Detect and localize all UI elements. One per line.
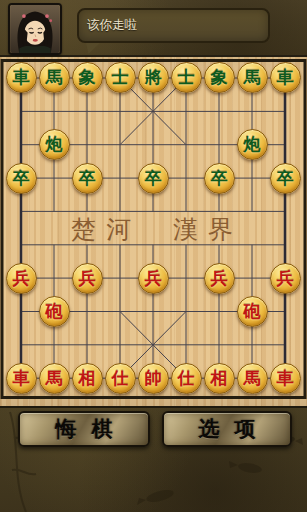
board-point-r8c6[interactable] [203,328,236,361]
status-bubble: 该你走啦 [77,8,270,43]
game-screen: 该你走啦 [0,0,307,512]
opponent-avatar[interactable] [8,3,62,55]
piece-black-卒[interactable]: 卒 [204,163,235,194]
board-point-r5c4[interactable] [137,228,170,261]
board-point-r3c3[interactable] [104,161,137,194]
board-point-r3c8[interactable]: 卒 [269,161,302,194]
piece-red-馬[interactable]: 馬 [237,363,268,394]
board-point-r3c1[interactable] [38,161,71,194]
piece-black-車[interactable]: 車 [6,62,37,93]
piece-black-馬[interactable]: 馬 [237,62,268,93]
piece-red-砲[interactable]: 砲 [39,296,70,327]
piece-red-兵[interactable]: 兵 [138,263,169,294]
board-point-r0c1[interactable]: 馬 [38,61,71,94]
board-point-r4c1[interactable] [38,195,71,228]
board-point-r6c0[interactable]: 兵 [5,261,38,294]
board-point-r0c4[interactable]: 將 [137,61,170,94]
board-point-r6c6[interactable]: 兵 [203,261,236,294]
board-point-r1c8[interactable] [269,95,302,128]
undo-button-label: 悔棋 [56,415,128,443]
piece-red-相[interactable]: 相 [204,363,235,394]
bubble-tail [86,43,100,54]
board-point-r8c3[interactable] [104,328,137,361]
piece-red-兵[interactable]: 兵 [6,263,37,294]
bottom-bar: 悔棋 选项 [0,406,307,512]
board-point-r1c0[interactable] [5,95,38,128]
board-point-r6c4[interactable]: 兵 [137,261,170,294]
piece-black-象[interactable]: 象 [72,62,103,93]
board-point-r7c0[interactable] [5,295,38,328]
piece-black-士[interactable]: 士 [105,62,136,93]
board-point-r7c4[interactable] [137,295,170,328]
piece-black-炮[interactable]: 炮 [39,129,70,160]
board-point-r0c3[interactable]: 士 [104,61,137,94]
board-point-r0c8[interactable]: 車 [269,61,302,94]
piece-black-卒[interactable]: 卒 [138,163,169,194]
piece-red-馬[interactable]: 馬 [39,363,70,394]
board-point-r5c5[interactable] [170,228,203,261]
board-point-r7c1[interactable]: 砲 [38,295,71,328]
board-point-r3c5[interactable] [170,161,203,194]
piece-black-車[interactable]: 車 [270,62,301,93]
board-point-r2c5[interactable] [170,128,203,161]
board-point-r1c1[interactable] [38,95,71,128]
piece-red-砲[interactable]: 砲 [237,296,268,327]
board-point-r6c3[interactable] [104,261,137,294]
board-point-r0c5[interactable]: 士 [170,61,203,94]
piece-red-兵[interactable]: 兵 [204,263,235,294]
board-point-r5c1[interactable] [38,228,71,261]
board-point-r9c2[interactable]: 相 [71,361,104,394]
board-point-r2c4[interactable] [137,128,170,161]
board-point-r5c0[interactable] [5,228,38,261]
piece-red-車[interactable]: 車 [6,363,37,394]
board-point-r5c2[interactable] [71,228,104,261]
board-point-r4c6[interactable] [203,195,236,228]
board-point-r1c5[interactable] [170,95,203,128]
board-point-r5c7[interactable] [236,228,269,261]
board-point-r9c6[interactable]: 相 [203,361,236,394]
board-point-r8c1[interactable] [38,328,71,361]
board-point-r4c3[interactable] [104,195,137,228]
board-point-r2c2[interactable] [71,128,104,161]
board-point-r9c4[interactable]: 帥 [137,361,170,394]
piece-red-車[interactable]: 車 [270,363,301,394]
board-point-r0c7[interactable]: 馬 [236,61,269,94]
board-point-r2c3[interactable] [104,128,137,161]
board-point-r1c3[interactable] [104,95,137,128]
board-point-r6c2[interactable]: 兵 [71,261,104,294]
board-point-r4c0[interactable] [5,195,38,228]
board-point-r4c8[interactable] [269,195,302,228]
board-point-r7c2[interactable] [71,295,104,328]
board-point-r1c6[interactable] [203,95,236,128]
piece-black-將[interactable]: 將 [138,62,169,93]
xiangqi-board: 楚河 漢界 車馬象士將士象馬車炮炮卒卒卒卒卒兵兵兵兵兵砲砲車馬相仕帥仕相馬車 [0,57,307,406]
piece-red-兵[interactable]: 兵 [72,263,103,294]
board-point-r6c7[interactable] [236,261,269,294]
board-point-r8c7[interactable] [236,328,269,361]
piece-black-卒[interactable]: 卒 [6,163,37,194]
board-point-r5c8[interactable] [269,228,302,261]
board-point-r7c8[interactable] [269,295,302,328]
piece-black-卒[interactable]: 卒 [270,163,301,194]
board-point-r6c8[interactable]: 兵 [269,261,302,294]
board-point-r2c7[interactable]: 炮 [236,128,269,161]
piece-red-相[interactable]: 相 [72,363,103,394]
piece-black-士[interactable]: 士 [171,62,202,93]
board-point-r5c6[interactable] [203,228,236,261]
top-bar: 该你走啦 [0,0,307,57]
board-point-r0c0[interactable]: 車 [5,61,38,94]
board-point-r3c0[interactable]: 卒 [5,161,38,194]
board-point-r3c2[interactable]: 卒 [71,161,104,194]
board-point-r2c8[interactable] [269,128,302,161]
board-point-r8c8[interactable] [269,328,302,361]
board-point-r3c6[interactable]: 卒 [203,161,236,194]
board-point-r2c1[interactable]: 炮 [38,128,71,161]
board-point-r8c2[interactable] [71,328,104,361]
piece-red-帥[interactable]: 帥 [138,363,169,394]
board-point-r7c3[interactable] [104,295,137,328]
board-point-r4c2[interactable] [71,195,104,228]
board-point-r3c7[interactable] [236,161,269,194]
board-point-r1c2[interactable] [71,95,104,128]
board-point-r9c5[interactable]: 仕 [170,361,203,394]
board-point-r0c2[interactable]: 象 [71,61,104,94]
options-button-label: 选项 [199,415,271,443]
board-point-r8c5[interactable] [170,328,203,361]
board-point-r2c0[interactable] [5,128,38,161]
board-point-r4c4[interactable] [137,195,170,228]
portrait-icon [10,5,60,53]
board-point-r5c3[interactable] [104,228,137,261]
board-point-r8c0[interactable] [5,328,38,361]
board-point-r3c4[interactable]: 卒 [137,161,170,194]
piece-black-馬[interactable]: 馬 [39,62,70,93]
board-grid: 車馬象士將士象馬車炮炮卒卒卒卒卒兵兵兵兵兵砲砲車馬相仕帥仕相馬車 [5,61,302,395]
piece-black-象[interactable]: 象 [204,62,235,93]
board-point-r9c0[interactable]: 車 [5,361,38,394]
piece-red-仕[interactable]: 仕 [171,363,202,394]
piece-red-仕[interactable]: 仕 [105,363,136,394]
board-point-r6c5[interactable] [170,261,203,294]
board-point-r7c7[interactable]: 砲 [236,295,269,328]
options-button[interactable]: 选项 [162,411,292,447]
board-point-r1c7[interactable] [236,95,269,128]
board-point-r2c6[interactable] [203,128,236,161]
board-point-r9c3[interactable]: 仕 [104,361,137,394]
status-message: 该你走啦 [79,10,268,41]
piece-black-卒[interactable]: 卒 [72,163,103,194]
board-point-r9c1[interactable]: 馬 [38,361,71,394]
undo-button[interactable]: 悔棋 [18,411,150,447]
board-point-r8c4[interactable] [137,328,170,361]
board-point-r6c1[interactable] [38,261,71,294]
board-point-r7c5[interactable] [170,295,203,328]
board-point-r4c7[interactable] [236,195,269,228]
board-point-r0c6[interactable]: 象 [203,61,236,94]
board-point-r4c5[interactable] [170,195,203,228]
board-point-r1c4[interactable] [137,95,170,128]
piece-red-兵[interactable]: 兵 [270,263,301,294]
piece-black-炮[interactable]: 炮 [237,129,268,160]
board-point-r7c6[interactable] [203,295,236,328]
board-point-r9c7[interactable]: 馬 [236,361,269,394]
board-point-r9c8[interactable]: 車 [269,361,302,394]
